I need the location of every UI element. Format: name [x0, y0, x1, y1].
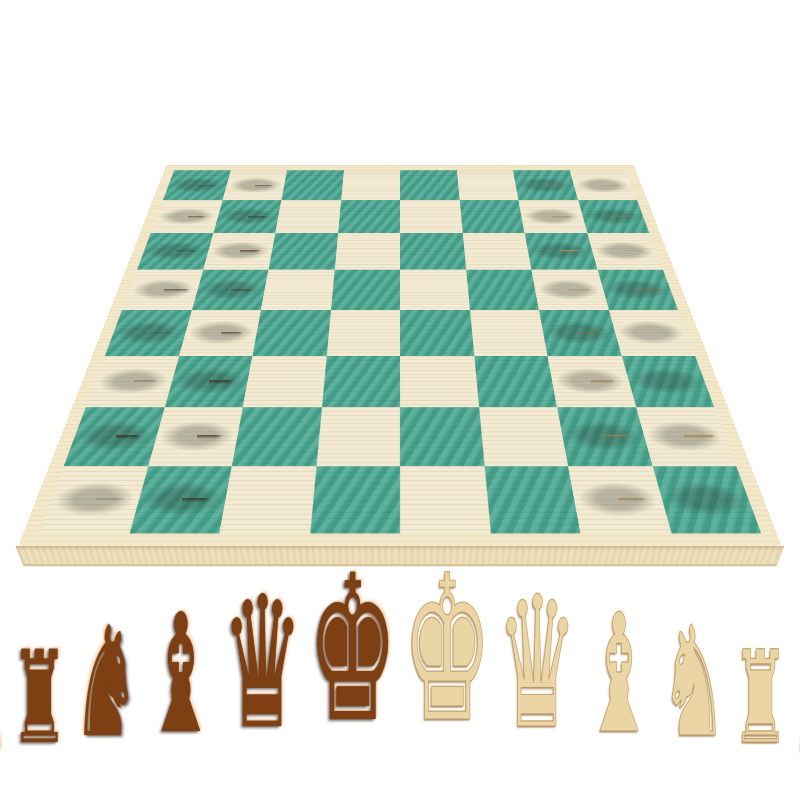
- piece-white-pawn[interactable]: ♟: [577, 368, 658, 521]
- square-h4[interactable]: [400, 170, 459, 200]
- piece-lineup: ♟♜♞♝♛♚♚♛♝♞♜♟: [0, 681, 800, 782]
- square-f4[interactable]: [400, 233, 466, 269]
- square-e4[interactable]: [400, 269, 470, 310]
- square-a1[interactable]: ♜: [652, 466, 761, 534]
- square-c3[interactable]: [474, 356, 557, 408]
- board-grid: ♜♟♟♜♞♟♟♞♝♟♟♝♚♟♟♚♛♟♟♛♝♟♟♝♞♟♟♞♜♟♟♜: [18, 165, 782, 546]
- square-h6[interactable]: [281, 170, 343, 200]
- piece-black-pawn[interactable]: ♟: [142, 368, 223, 521]
- square-d5[interactable]: [326, 310, 400, 356]
- lineup-white-bishop: ♝: [582, 593, 656, 757]
- square-e3[interactable]: [466, 269, 539, 310]
- lineup-black-queen: ♛: [222, 572, 304, 754]
- lineup-white-pawn: ♟: [793, 667, 800, 767]
- square-h3[interactable]: [456, 170, 518, 200]
- lineup-black-pawn: ♟: [0, 667, 7, 767]
- square-a2[interactable]: ♟: [568, 466, 671, 534]
- square-f5[interactable]: [334, 233, 400, 269]
- piece-white-rook[interactable]: ♜: [659, 351, 750, 524]
- square-g3[interactable]: [459, 200, 524, 233]
- square-c4[interactable]: [400, 356, 479, 408]
- lineup-black-king: ♚: [307, 549, 398, 751]
- board-edge: [16, 546, 785, 566]
- piece-black-rook[interactable]: ♜: [50, 351, 141, 524]
- square-c5[interactable]: [321, 356, 400, 408]
- chess-board-scene: ♜♟♟♜♞♟♟♞♝♟♟♝♚♟♟♚♛♟♟♛♝♟♟♝♞♟♟♞♜♟♟♜: [0, 0, 800, 590]
- square-d3[interactable]: [470, 310, 548, 356]
- square-b3[interactable]: [479, 407, 569, 466]
- lineup-black-rook: ♜: [11, 634, 68, 762]
- lineup-black-bishop: ♝: [144, 593, 218, 757]
- square-e5[interactable]: [331, 269, 401, 310]
- square-a6[interactable]: [219, 466, 316, 534]
- square-g5[interactable]: [338, 200, 400, 233]
- lineup-white-queen: ♛: [497, 572, 579, 754]
- square-a3[interactable]: [484, 466, 581, 534]
- square-a7[interactable]: ♟: [129, 466, 232, 534]
- square-g4[interactable]: [400, 200, 462, 233]
- square-a5[interactable]: [310, 466, 400, 534]
- square-f3[interactable]: [462, 233, 531, 269]
- product-photo: { "game": "chess", "scene_description": …: [0, 0, 800, 800]
- square-b6[interactable]: [232, 407, 322, 466]
- square-a4[interactable]: [400, 466, 490, 534]
- square-d4[interactable]: [400, 310, 474, 356]
- square-f6[interactable]: [269, 233, 338, 269]
- square-h5[interactable]: [341, 170, 400, 200]
- square-e6[interactable]: [261, 269, 334, 310]
- square-g6[interactable]: [275, 200, 340, 233]
- lineup-white-king: ♚: [402, 549, 493, 751]
- square-c6[interactable]: [243, 356, 326, 408]
- square-b4[interactable]: [400, 407, 484, 466]
- lineup-white-rook: ♜: [732, 634, 789, 762]
- lineup-black-knight: ♞: [72, 607, 140, 759]
- square-d6[interactable]: [252, 310, 330, 356]
- lineup-white-knight: ♞: [660, 607, 728, 759]
- square-b5[interactable]: [316, 407, 400, 466]
